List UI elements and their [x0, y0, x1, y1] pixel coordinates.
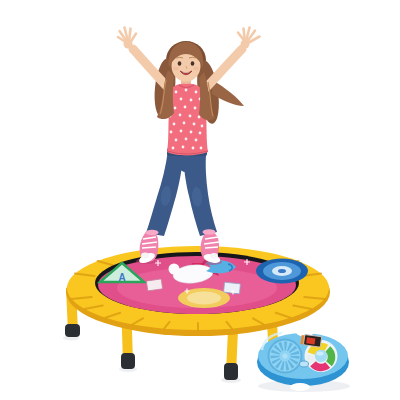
button-magenta — [313, 364, 328, 368]
mat-yellow-circle-inner — [187, 292, 221, 305]
trampoline-foot — [224, 363, 238, 380]
controller — [257, 328, 349, 392]
mat-record-hub — [278, 269, 286, 273]
trampoline-foot — [121, 353, 135, 369]
eye — [191, 61, 195, 65]
speaker-center — [283, 354, 288, 359]
center-button-highlight — [317, 352, 324, 356]
cheek — [173, 67, 179, 71]
jeans — [146, 148, 217, 236]
mode-button — [300, 361, 309, 367]
cheek — [193, 67, 199, 71]
screen-display — [306, 337, 315, 344]
mat-mini-picture — [146, 279, 162, 291]
right-fingers — [238, 28, 260, 44]
girl — [118, 28, 260, 266]
button-white — [311, 355, 312, 362]
trampoline-foot — [65, 324, 80, 337]
right-shoe-toe — [210, 253, 218, 259]
mat-character-head — [169, 264, 180, 275]
button-green — [328, 349, 332, 364]
product-photo: A — [0, 0, 400, 400]
controller-bottom-dip — [290, 383, 310, 391]
scene: A — [0, 0, 400, 400]
left-fingers — [118, 28, 136, 44]
left-shoe-collar — [146, 230, 159, 236]
right-shoe-collar — [203, 229, 216, 235]
left-shoe-toe — [141, 253, 149, 259]
eye — [178, 61, 182, 65]
mat-triangle-letter: A — [118, 272, 125, 283]
